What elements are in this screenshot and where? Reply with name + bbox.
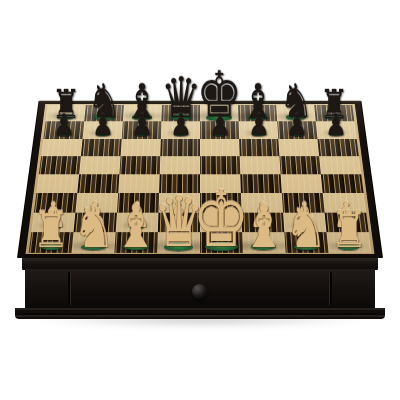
square-e3 bbox=[200, 193, 242, 212]
square-a1 bbox=[29, 232, 74, 252]
square-e1 bbox=[200, 232, 243, 252]
square-h4 bbox=[321, 174, 364, 193]
square-h2 bbox=[325, 212, 369, 232]
square-b7 bbox=[83, 121, 123, 138]
square-f7 bbox=[239, 121, 279, 138]
case-lip bbox=[22, 256, 378, 270]
square-a3 bbox=[34, 193, 77, 212]
square-d5 bbox=[160, 156, 200, 174]
drawer-knob bbox=[192, 284, 207, 299]
square-g8 bbox=[276, 105, 316, 122]
square-b3 bbox=[75, 193, 118, 212]
square-b6 bbox=[81, 139, 122, 157]
square-f6 bbox=[239, 139, 279, 157]
square-f3 bbox=[241, 193, 283, 212]
square-d8 bbox=[161, 105, 200, 122]
square-f4 bbox=[240, 174, 282, 193]
square-c3 bbox=[117, 193, 159, 212]
square-e2 bbox=[200, 212, 242, 232]
square-f1 bbox=[242, 232, 285, 252]
square-b8 bbox=[84, 105, 124, 122]
square-g7 bbox=[277, 121, 317, 138]
square-d2 bbox=[158, 212, 200, 232]
square-g5 bbox=[279, 156, 320, 174]
square-b1 bbox=[72, 232, 116, 252]
square-d1 bbox=[157, 232, 200, 252]
square-a5 bbox=[39, 156, 81, 174]
chess-set-product-photo: ♜♞♝♛♚♝♞♜♟♟♟♟♟♟♟♟♟♟♟♟♟♟♟♟♜♞♝♛♚♝♞♜ bbox=[0, 0, 400, 400]
square-f2 bbox=[242, 212, 285, 232]
square-c5 bbox=[119, 156, 160, 174]
square-e8 bbox=[200, 105, 239, 122]
square-b2 bbox=[74, 212, 117, 232]
square-h8 bbox=[314, 105, 354, 122]
square-e6 bbox=[200, 139, 240, 157]
square-d4 bbox=[159, 174, 200, 193]
square-e7 bbox=[200, 121, 239, 138]
square-c7 bbox=[122, 121, 162, 138]
square-c2 bbox=[116, 212, 159, 232]
square-a7 bbox=[43, 121, 84, 138]
square-f8 bbox=[238, 105, 277, 122]
square-a4 bbox=[36, 174, 79, 193]
square-h3 bbox=[323, 193, 366, 212]
square-f5 bbox=[240, 156, 281, 174]
square-g2 bbox=[283, 212, 326, 232]
board-playing-field bbox=[26, 104, 375, 254]
square-c4 bbox=[118, 174, 160, 193]
square-h5 bbox=[319, 156, 361, 174]
square-g4 bbox=[281, 174, 323, 193]
square-a2 bbox=[31, 212, 75, 232]
square-h7 bbox=[316, 121, 357, 138]
square-c1 bbox=[114, 232, 157, 252]
square-c8 bbox=[123, 105, 162, 122]
square-d3 bbox=[158, 193, 200, 212]
square-b5 bbox=[79, 156, 120, 174]
chess-board bbox=[17, 101, 383, 258]
square-h6 bbox=[317, 139, 358, 157]
square-d6 bbox=[160, 139, 200, 157]
square-a6 bbox=[41, 139, 82, 157]
square-g1 bbox=[284, 232, 328, 252]
case-base-molding bbox=[15, 308, 385, 319]
square-g3 bbox=[282, 193, 325, 212]
square-a8 bbox=[46, 105, 86, 122]
square-g6 bbox=[278, 139, 319, 157]
square-e4 bbox=[200, 174, 241, 193]
square-h1 bbox=[326, 232, 371, 252]
square-d7 bbox=[161, 121, 200, 138]
square-b4 bbox=[77, 174, 119, 193]
square-e5 bbox=[200, 156, 240, 174]
square-c6 bbox=[121, 139, 161, 157]
